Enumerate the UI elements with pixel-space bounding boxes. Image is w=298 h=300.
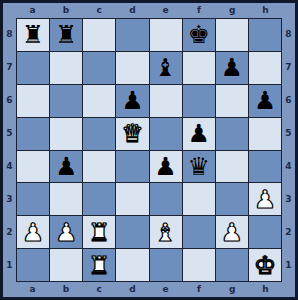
square-b6[interactable] (50, 85, 82, 117)
square-c6[interactable] (83, 85, 115, 117)
rank-label-4: 4 (282, 162, 295, 171)
square-e7[interactable]: ♝ (150, 52, 182, 84)
square-f6[interactable] (183, 85, 215, 117)
square-h6[interactable]: ♟ (249, 85, 281, 117)
square-b5[interactable] (50, 118, 82, 150)
square-g4[interactable] (216, 151, 248, 183)
rank-label-7: 7 (282, 63, 295, 72)
square-c7[interactable] (83, 52, 115, 84)
rank-label-1: 1 (3, 261, 16, 270)
file-label-b: b (49, 285, 82, 294)
black-pawn: ♟ (121, 88, 143, 113)
square-f8[interactable]: ♚ (183, 19, 215, 51)
square-c5[interactable] (83, 118, 115, 150)
white-rook: ♜ (88, 253, 110, 278)
square-b7[interactable] (50, 52, 82, 84)
square-f3[interactable] (183, 183, 215, 215)
file-label-f: f (182, 285, 215, 294)
square-e1[interactable] (150, 249, 182, 281)
square-b3[interactable] (50, 183, 82, 215)
file-label-h: h (249, 285, 282, 294)
square-d1[interactable] (116, 249, 148, 281)
square-a2[interactable]: ♟ (17, 216, 49, 248)
square-f5[interactable]: ♟ (183, 118, 215, 150)
rank-label-5: 5 (3, 129, 16, 138)
square-f4[interactable]: ♛ (183, 151, 215, 183)
square-g8[interactable] (216, 19, 248, 51)
square-h3[interactable]: ♟ (249, 183, 281, 215)
square-c4[interactable] (83, 151, 115, 183)
square-c3[interactable] (83, 183, 115, 215)
square-a4[interactable] (17, 151, 49, 183)
square-c2[interactable]: ♜ (83, 216, 115, 248)
square-g7[interactable]: ♟ (216, 52, 248, 84)
square-f7[interactable] (183, 52, 215, 84)
square-a7[interactable] (17, 52, 49, 84)
rank-label-8: 8 (282, 30, 295, 39)
black-pawn: ♟ (55, 154, 77, 179)
chess-board: ♜♜♚♝♟♟♟♛♟♟♟♛♟♟♟♜♝♟♜♚ (16, 18, 282, 282)
square-d4[interactable] (116, 151, 148, 183)
white-queen: ♛ (121, 121, 143, 146)
white-pawn: ♟ (254, 187, 276, 212)
rank-label-2: 2 (282, 228, 295, 237)
rank-label-1: 1 (282, 261, 295, 270)
black-pawn: ♟ (187, 121, 209, 146)
square-h7[interactable] (249, 52, 281, 84)
square-b8[interactable]: ♜ (50, 19, 82, 51)
square-e4[interactable]: ♟ (150, 151, 182, 183)
file-label-g: g (216, 6, 249, 15)
square-b4[interactable]: ♟ (50, 151, 82, 183)
file-label-d: d (116, 6, 149, 15)
square-d6[interactable]: ♟ (116, 85, 148, 117)
square-h1[interactable]: ♚ (249, 249, 281, 281)
file-label-f: f (182, 6, 215, 15)
rank-label-4: 4 (3, 162, 16, 171)
square-a1[interactable] (17, 249, 49, 281)
square-c1[interactable]: ♜ (83, 249, 115, 281)
square-f2[interactable] (183, 216, 215, 248)
black-pawn: ♟ (221, 55, 243, 80)
square-d3[interactable] (116, 183, 148, 215)
black-rook: ♜ (55, 22, 77, 47)
rank-label-2: 2 (3, 228, 16, 237)
rank-label-8: 8 (3, 30, 16, 39)
white-king: ♚ (254, 253, 276, 278)
square-g1[interactable] (216, 249, 248, 281)
square-e2[interactable]: ♝ (150, 216, 182, 248)
square-b1[interactable] (50, 249, 82, 281)
file-label-d: d (116, 285, 149, 294)
file-label-e: e (149, 285, 182, 294)
black-pawn: ♟ (254, 88, 276, 113)
square-d7[interactable] (116, 52, 148, 84)
rank-label-3: 3 (282, 195, 295, 204)
file-labels-top: abcdefgh (3, 3, 295, 18)
square-h4[interactable] (249, 151, 281, 183)
white-pawn: ♟ (22, 220, 44, 245)
square-h8[interactable] (249, 19, 281, 51)
square-g2[interactable]: ♟ (216, 216, 248, 248)
square-h2[interactable] (249, 216, 281, 248)
white-rook: ♜ (88, 220, 110, 245)
square-d2[interactable] (116, 216, 148, 248)
black-queen: ♛ (187, 154, 209, 179)
chess-board-diagram: abcdefgh 87654321 ♜♜♚♝♟♟♟♛♟♟♟♛♟♟♟♜♝♟♜♚ 8… (0, 0, 298, 300)
square-e5[interactable] (150, 118, 182, 150)
square-e6[interactable] (150, 85, 182, 117)
square-f1[interactable] (183, 249, 215, 281)
square-a5[interactable] (17, 118, 49, 150)
white-pawn: ♟ (221, 220, 243, 245)
white-bishop: ♝ (154, 220, 176, 245)
square-a3[interactable] (17, 183, 49, 215)
square-d5[interactable]: ♛ (116, 118, 148, 150)
rank-label-5: 5 (282, 129, 295, 138)
square-g6[interactable] (216, 85, 248, 117)
square-h5[interactable] (249, 118, 281, 150)
black-king: ♚ (187, 22, 209, 47)
square-e8[interactable] (150, 19, 182, 51)
rank-label-6: 6 (282, 96, 295, 105)
black-pawn: ♟ (154, 154, 176, 179)
rank-label-6: 6 (3, 96, 16, 105)
file-label-a: a (16, 285, 49, 294)
file-labels-bottom: abcdefgh (3, 282, 295, 297)
rank-label-7: 7 (3, 63, 16, 72)
rank-labels-right: 87654321 (282, 18, 295, 282)
rank-label-3: 3 (3, 195, 16, 204)
rank-labels-left: 87654321 (3, 18, 16, 282)
file-label-b: b (49, 6, 82, 15)
file-label-e: e (149, 6, 182, 15)
file-label-a: a (16, 6, 49, 15)
square-a6[interactable] (17, 85, 49, 117)
square-b2[interactable]: ♟ (50, 216, 82, 248)
square-d8[interactable] (116, 19, 148, 51)
file-label-c: c (83, 6, 116, 15)
file-label-h: h (249, 6, 282, 15)
square-e3[interactable] (150, 183, 182, 215)
black-bishop: ♝ (154, 55, 176, 80)
square-g3[interactable] (216, 183, 248, 215)
file-label-c: c (83, 285, 116, 294)
square-a8[interactable]: ♜ (17, 19, 49, 51)
black-rook: ♜ (22, 22, 44, 47)
white-pawn: ♟ (55, 220, 77, 245)
square-c8[interactable] (83, 19, 115, 51)
file-label-g: g (216, 285, 249, 294)
square-g5[interactable] (216, 118, 248, 150)
